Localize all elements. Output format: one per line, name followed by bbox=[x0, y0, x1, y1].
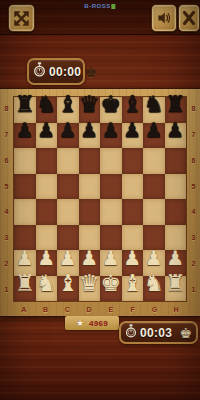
black-pawn-piece[interactable]: ♟ bbox=[145, 120, 163, 140]
star-icon: ★ bbox=[76, 319, 84, 328]
speaker-icon bbox=[156, 10, 172, 26]
white-queen-piece[interactable]: ♛ bbox=[79, 272, 100, 295]
watermark: B-ROSS bbox=[84, 3, 115, 9]
file-labels: ABCDEFGH bbox=[13, 302, 187, 316]
white-king-icon: ♚ bbox=[179, 326, 192, 340]
square-c5[interactable] bbox=[57, 174, 79, 200]
black-pawn-piece[interactable]: ♟ bbox=[37, 120, 55, 140]
game-background: B-ROSS bbox=[0, 0, 200, 400]
rank-label: 6 bbox=[187, 148, 200, 174]
white-pawn-piece[interactable]: ♟ bbox=[37, 248, 55, 268]
black-rook-piece[interactable]: ♜ bbox=[165, 93, 186, 116]
square-c6[interactable] bbox=[57, 148, 79, 174]
white-bishop-piece[interactable]: ♝ bbox=[57, 272, 78, 295]
rank-label: 5 bbox=[0, 173, 13, 199]
white-pawn-piece[interactable]: ♟ bbox=[123, 248, 141, 268]
rank-label: 1 bbox=[187, 276, 200, 302]
square-g7[interactable]: ♟ bbox=[143, 123, 165, 149]
white-rook-piece[interactable]: ♜ bbox=[165, 272, 186, 295]
chess-board: 87654321 87654321 ABCDEFGH ♜♞♝♛♚♝♞♜♟♟♟♟♟… bbox=[0, 88, 200, 317]
black-pawn-piece[interactable]: ♟ bbox=[16, 120, 34, 140]
black-bishop-piece[interactable]: ♝ bbox=[122, 93, 143, 116]
rank-label: 3 bbox=[0, 225, 13, 251]
rank-label: 2 bbox=[0, 251, 13, 277]
square-b5[interactable] bbox=[36, 174, 58, 200]
white-timer-panel: 00:03 ♚ bbox=[119, 321, 198, 344]
square-a4[interactable] bbox=[14, 199, 36, 225]
square-d1[interactable]: ♛ bbox=[79, 276, 101, 302]
square-a5[interactable] bbox=[14, 174, 36, 200]
square-g4[interactable] bbox=[143, 199, 165, 225]
square-e1[interactable]: ♚ bbox=[100, 276, 122, 302]
rank-label: 8 bbox=[187, 96, 200, 122]
rank-label: 4 bbox=[0, 199, 13, 225]
close-x-icon bbox=[182, 10, 196, 26]
square-e7[interactable]: ♟ bbox=[100, 123, 122, 149]
square-f4[interactable] bbox=[122, 199, 144, 225]
file-label: H bbox=[165, 302, 187, 316]
rank-label: 7 bbox=[187, 122, 200, 148]
white-bishop-piece[interactable]: ♝ bbox=[122, 272, 143, 295]
square-a6[interactable] bbox=[14, 148, 36, 174]
square-h7[interactable]: ♟ bbox=[165, 123, 187, 149]
rank-label: 6 bbox=[0, 148, 13, 174]
expand-arrows-icon bbox=[13, 10, 30, 27]
square-e5[interactable] bbox=[100, 174, 122, 200]
square-h6[interactable] bbox=[165, 148, 187, 174]
black-pawn-piece[interactable]: ♟ bbox=[102, 120, 120, 140]
stopwatch-icon bbox=[33, 62, 46, 81]
white-pawn-piece[interactable]: ♟ bbox=[16, 248, 34, 268]
black-pawn-piece[interactable]: ♟ bbox=[166, 120, 184, 140]
watermark-dot bbox=[112, 4, 116, 9]
square-b6[interactable] bbox=[36, 148, 58, 174]
score-bar: ★ 4969 bbox=[65, 316, 119, 330]
white-knight-piece[interactable]: ♞ bbox=[143, 272, 164, 295]
white-rook-piece[interactable]: ♜ bbox=[14, 272, 35, 295]
square-b1[interactable]: ♞ bbox=[36, 276, 58, 302]
stopwatch-icon bbox=[125, 324, 137, 342]
black-queen-piece[interactable]: ♛ bbox=[79, 93, 100, 116]
close-button[interactable] bbox=[178, 4, 200, 32]
black-king-piece[interactable]: ♚ bbox=[100, 93, 121, 116]
square-b7[interactable]: ♟ bbox=[36, 123, 58, 149]
file-label: D bbox=[78, 302, 100, 316]
square-d7[interactable]: ♟ bbox=[79, 123, 101, 149]
rank-label: 2 bbox=[187, 251, 200, 277]
black-timer-value: 00:00 bbox=[49, 65, 81, 79]
square-d5[interactable] bbox=[79, 174, 101, 200]
rank-label: 4 bbox=[187, 199, 200, 225]
white-pawn-piece[interactable]: ♟ bbox=[59, 248, 77, 268]
square-c4[interactable] bbox=[57, 199, 79, 225]
fullscreen-button[interactable] bbox=[8, 4, 35, 32]
file-label: C bbox=[57, 302, 79, 316]
file-label: A bbox=[13, 302, 35, 316]
square-d4[interactable] bbox=[79, 199, 101, 225]
square-a7[interactable]: ♟ bbox=[14, 123, 36, 149]
file-label: G bbox=[144, 302, 166, 316]
rank-label: 8 bbox=[0, 96, 13, 122]
square-c1[interactable]: ♝ bbox=[57, 276, 79, 302]
rank-label: 5 bbox=[187, 173, 200, 199]
black-pawn-piece[interactable]: ♟ bbox=[123, 120, 141, 140]
white-pawn-piece[interactable]: ♟ bbox=[145, 248, 163, 268]
square-d6[interactable] bbox=[79, 148, 101, 174]
score-value: 4969 bbox=[89, 319, 108, 328]
square-b4[interactable] bbox=[36, 199, 58, 225]
white-knight-piece[interactable]: ♞ bbox=[36, 272, 57, 295]
square-g1[interactable]: ♞ bbox=[143, 276, 165, 302]
square-g6[interactable] bbox=[143, 148, 165, 174]
square-c7[interactable]: ♟ bbox=[57, 123, 79, 149]
square-f5[interactable] bbox=[122, 174, 144, 200]
file-label: E bbox=[100, 302, 122, 316]
black-knight-piece[interactable]: ♞ bbox=[143, 93, 164, 116]
square-a1[interactable]: ♜ bbox=[14, 276, 36, 302]
rank-labels-right: 87654321 bbox=[187, 96, 200, 302]
square-f7[interactable]: ♟ bbox=[122, 123, 144, 149]
square-e4[interactable] bbox=[100, 199, 122, 225]
black-timer-panel: 00:00 ♚ bbox=[27, 58, 85, 85]
rank-label: 1 bbox=[0, 276, 13, 302]
white-pawn-piece[interactable]: ♟ bbox=[80, 248, 98, 268]
square-f1[interactable]: ♝ bbox=[122, 276, 144, 302]
white-pawn-piece[interactable]: ♟ bbox=[102, 248, 120, 268]
board-squares: ♜♞♝♛♚♝♞♜♟♟♟♟♟♟♟♟♟♟♟♟♟♟♟♟♜♞♝♛♚♝♞♜ bbox=[13, 96, 187, 302]
square-h5[interactable] bbox=[165, 174, 187, 200]
square-g5[interactable] bbox=[143, 174, 165, 200]
black-bishop-piece[interactable]: ♝ bbox=[57, 93, 78, 116]
black-pawn-piece[interactable]: ♟ bbox=[80, 120, 98, 140]
file-label: B bbox=[35, 302, 57, 316]
square-h4[interactable] bbox=[165, 199, 187, 225]
rank-label: 7 bbox=[0, 122, 13, 148]
white-pawn-piece[interactable]: ♟ bbox=[166, 248, 184, 268]
white-king-piece[interactable]: ♚ bbox=[100, 272, 121, 295]
watermark-text: B-ROSS bbox=[84, 3, 110, 9]
square-e6[interactable] bbox=[100, 148, 122, 174]
black-king-icon: ♚ bbox=[84, 65, 97, 79]
file-label: F bbox=[122, 302, 144, 316]
black-knight-piece[interactable]: ♞ bbox=[36, 93, 57, 116]
rank-label: 3 bbox=[187, 225, 200, 251]
black-pawn-piece[interactable]: ♟ bbox=[59, 120, 77, 140]
sound-button[interactable] bbox=[151, 4, 177, 32]
square-f6[interactable] bbox=[122, 148, 144, 174]
rank-labels-left: 87654321 bbox=[0, 96, 13, 302]
black-rook-piece[interactable]: ♜ bbox=[14, 93, 35, 116]
square-h1[interactable]: ♜ bbox=[165, 276, 187, 302]
white-timer-value: 00:03 bbox=[140, 326, 172, 340]
